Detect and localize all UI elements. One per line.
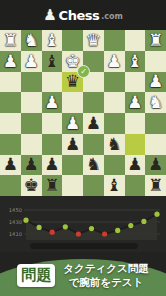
square-h1[interactable]: ♜ [0,30,21,51]
white-pawn: ♟ [65,115,80,132]
square-g7[interactable]: ♟ [21,155,42,176]
green-data-point [89,226,94,231]
square-e5[interactable]: ♟ [62,113,83,134]
black-rook: ♜ [148,177,163,194]
square-a7[interactable]: ♟ [145,155,166,176]
square-c1[interactable] [104,30,125,51]
square-d4[interactable] [83,92,104,113]
square-c5[interactable] [104,113,125,134]
black-pawn: ♟ [148,156,163,173]
square-a8[interactable]: ♜ [145,175,166,196]
square-a6[interactable] [145,134,166,155]
promo-headline-line1: タクティクス問題 [63,262,148,274]
square-g4[interactable] [21,92,42,113]
square-d8[interactable] [83,175,104,196]
square-b8[interactable] [125,175,146,196]
square-a4[interactable]: ♞ [145,92,166,113]
green-data-point [154,212,159,217]
red-data-point [102,231,107,236]
rating-chart: 145014301410 [0,196,166,252]
black-rook: ♜ [44,177,59,194]
white-queen: ♛ [86,32,101,49]
square-h6[interactable] [0,134,21,155]
red-data-point [76,231,81,236]
black-pawn: ♟ [24,156,39,173]
white-bishop: ♝ [127,53,142,70]
green-data-point [128,223,133,228]
square-h3[interactable] [0,72,21,93]
square-e7[interactable] [62,155,83,176]
black-pawn: ♟ [86,115,101,132]
square-e3[interactable]: ♛✓ [62,72,83,93]
square-e4[interactable] [62,92,83,113]
square-d5[interactable]: ♟ [83,113,104,134]
white-bishop: ♝ [44,32,59,49]
black-pawn: ♟ [65,136,80,153]
square-c3[interactable] [104,72,125,93]
square-c4[interactable] [104,92,125,113]
square-b1[interactable] [125,30,146,51]
square-b7[interactable]: ♟ [125,155,146,176]
square-d1[interactable]: ♛ [83,30,104,51]
square-b4[interactable]: ♟ [125,92,146,113]
green-data-point [37,225,42,230]
square-e1[interactable] [62,30,83,51]
square-g3[interactable] [21,72,42,93]
square-h2[interactable]: ♟ [0,51,21,72]
rating-chart-svg: 145014301410 [0,196,166,252]
green-data-point [63,224,68,229]
promo-footer: 問題 タクティクス問題 で腕前をテスト [0,252,166,296]
square-a3[interactable]: ♟ [145,72,166,93]
square-h8[interactable] [0,175,21,196]
square-d7[interactable]: ♞ [83,155,104,176]
black-knight: ♞ [86,156,101,173]
puzzles-badge[interactable]: 問題 [17,264,55,287]
black-pawn: ♟ [127,156,142,173]
square-g5[interactable] [21,113,42,134]
black-pawn: ♟ [44,156,59,173]
square-h5[interactable] [0,113,21,134]
white-rook: ♜ [3,32,18,49]
promo-headline: タクティクス問題 で腕前をテスト [63,262,148,289]
y-tick-label: 1410 [9,231,22,237]
square-e8[interactable] [62,175,83,196]
white-knight: ♞ [148,94,163,111]
square-h4[interactable] [0,92,21,113]
square-g1[interactable]: ♞ [21,30,42,51]
green-data-point [23,218,28,223]
header-bar: ♟ Chess .com [0,0,166,30]
promo-headline-line2: で腕前をテスト [69,276,144,288]
square-f4[interactable]: ♟ [42,92,63,113]
black-bishop: ♝ [44,53,59,70]
black-knight: ♞ [107,136,122,153]
white-pawn: ♟ [127,94,142,111]
square-f5[interactable] [42,113,63,134]
white-pawn: ♟ [24,53,39,70]
chesscom-ad: ♟ Chess .com ♜♞♝♛♜♟♟♝♚♟♝♛✓♟♟♟♞♟♟♟♞♟♟♟♞♟♟… [0,0,166,296]
square-c7[interactable] [104,155,125,176]
square-g6[interactable] [21,134,42,155]
chess-board[interactable]: ♜♞♝♛♜♟♟♝♚♟♝♛✓♟♟♟♞♟♟♟♞♟♟♟♞♟♟♚♜♝♜ [0,30,166,196]
square-h7[interactable]: ♟ [0,155,21,176]
square-f7[interactable]: ♟ [42,155,63,176]
y-tick-label: 1430 [9,219,22,225]
black-king: ♚ [24,177,39,194]
correct-move-check-icon: ✓ [77,65,90,78]
green-data-point [115,228,120,233]
black-bishop: ♝ [107,177,122,194]
white-pawn: ♟ [3,53,18,70]
square-e6[interactable]: ♟ [62,134,83,155]
square-a1[interactable]: ♜ [145,30,166,51]
square-b2[interactable]: ♝ [125,51,146,72]
square-f3[interactable] [42,72,63,93]
square-b5[interactable] [125,113,146,134]
square-f8[interactable]: ♜ [42,175,63,196]
white-knight: ♞ [24,32,39,49]
divider-pill [30,243,138,249]
white-pawn: ♟ [44,94,59,111]
square-g2[interactable]: ♟ [21,51,42,72]
red-data-point [50,230,55,235]
square-g8[interactable]: ♚ [21,175,42,196]
square-c6[interactable]: ♞ [104,134,125,155]
white-pawn: ♟ [148,73,163,90]
black-pawn: ♟ [3,156,18,173]
square-c2[interactable]: ♟ [104,51,125,72]
square-f1[interactable]: ♝ [42,30,63,51]
white-rook: ♜ [148,32,163,49]
square-f2[interactable]: ♝ [42,51,63,72]
chesscom-pawn-logo-icon: ♟ [43,8,56,23]
white-pawn: ♟ [107,53,122,70]
square-f6[interactable] [42,134,63,155]
green-data-point [141,219,146,224]
y-tick-label: 1450 [9,207,22,213]
square-a2[interactable] [145,51,166,72]
square-a5[interactable] [145,113,166,134]
brand-suffix: .com [101,12,123,21]
square-b3[interactable] [125,72,146,93]
brand-name: Chess [59,8,100,23]
square-d6[interactable] [83,134,104,155]
square-c8[interactable]: ♝ [104,175,125,196]
square-b6[interactable] [125,134,146,155]
